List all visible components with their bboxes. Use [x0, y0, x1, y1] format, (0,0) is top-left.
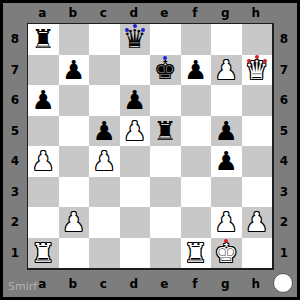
square-f7[interactable]: ♟	[181, 55, 212, 86]
rank-label-right-3: 3	[273, 177, 295, 208]
piece-wP-h2[interactable]: ♟	[245, 207, 268, 237]
square-b1[interactable]	[59, 238, 90, 269]
square-f8[interactable]	[181, 24, 212, 55]
square-f6[interactable]	[181, 85, 212, 116]
file-label-top-c: c	[88, 3, 119, 23]
piece-bP-c5[interactable]: ♟	[93, 116, 116, 146]
piece-bP-f7[interactable]: ♟	[184, 55, 207, 85]
file-label-bottom-d: d	[119, 274, 150, 294]
side-to-move-indicator	[273, 273, 293, 293]
jewel-icon	[255, 55, 259, 59]
square-a8[interactable]: ♜	[28, 24, 59, 55]
square-g6[interactable]	[211, 85, 242, 116]
file-labels-bottom: abcdefgh	[27, 274, 271, 294]
square-g8[interactable]	[211, 24, 242, 55]
piece-bR-e5[interactable]: ♜	[154, 116, 177, 146]
chess-board[interactable]: ♜♛♟♚♟♟♛♟♟♟♟♜♟♟♟♟♟♟♟♜♜♚	[27, 23, 274, 270]
square-f1[interactable]: ♜	[181, 238, 212, 269]
rank-label-right-4: 4	[273, 146, 295, 177]
square-e6[interactable]	[150, 85, 181, 116]
rank-label-left-2: 2	[4, 207, 26, 238]
square-c7[interactable]	[89, 55, 120, 86]
square-c8[interactable]	[89, 24, 120, 55]
rank-label-left-3: 3	[4, 177, 26, 208]
file-label-top-b: b	[58, 3, 89, 23]
square-d3[interactable]	[120, 177, 151, 208]
piece-bR-a8[interactable]: ♜	[32, 24, 55, 54]
piece-wR-f1[interactable]: ♜	[184, 238, 207, 268]
rank-label-left-6: 6	[4, 85, 26, 116]
square-a5[interactable]	[28, 116, 59, 147]
piece-wP-b2[interactable]: ♟	[62, 207, 85, 237]
jewel-icon	[224, 239, 228, 243]
square-c4[interactable]: ♟	[89, 146, 120, 177]
square-c3[interactable]	[89, 177, 120, 208]
file-label-top-e: e	[149, 3, 180, 23]
square-e3[interactable]	[150, 177, 181, 208]
piece-bP-a6[interactable]: ♟	[32, 85, 55, 115]
file-label-bottom-b: b	[58, 274, 89, 294]
square-f5[interactable]	[181, 116, 212, 147]
piece-wP-g7[interactable]: ♟	[215, 55, 238, 85]
square-d5[interactable]: ♟	[120, 116, 151, 147]
file-labels-top: abcdefgh	[27, 3, 271, 23]
rank-label-right-1: 1	[273, 238, 295, 269]
square-c2[interactable]	[89, 207, 120, 238]
rank-labels-right: 87654321	[273, 24, 295, 268]
square-e8[interactable]	[150, 24, 181, 55]
piece-wP-a4[interactable]: ♟	[32, 146, 55, 176]
file-label-bottom-c: c	[88, 274, 119, 294]
rank-label-right-2: 2	[273, 207, 295, 238]
piece-wR-a1[interactable]: ♜	[32, 238, 55, 268]
jewel-icon	[133, 24, 137, 28]
rank-label-left-5: 5	[4, 116, 26, 147]
piece-wP-c4[interactable]: ♟	[93, 146, 116, 176]
jewel-icon	[263, 59, 267, 63]
square-f4[interactable]	[181, 146, 212, 177]
square-a1[interactable]: ♜	[28, 238, 59, 269]
square-b2[interactable]: ♟	[59, 207, 90, 238]
rank-label-left-4: 4	[4, 146, 26, 177]
square-e5[interactable]: ♜	[150, 116, 181, 147]
file-label-bottom-h: h	[241, 274, 272, 294]
square-d1[interactable]	[120, 238, 151, 269]
file-label-bottom-e: e	[149, 274, 180, 294]
square-a4[interactable]: ♟	[28, 146, 59, 177]
file-label-top-a: a	[27, 3, 58, 23]
square-b7[interactable]: ♟	[59, 55, 90, 86]
square-c5[interactable]: ♟	[89, 116, 120, 147]
chess-app-window: abcdefgh 87654321 ♜♛♟♚♟♟♛♟♟♟♟♜♟♟♟♟♟♟♟♜♜♚…	[0, 0, 300, 300]
piece-wP-g2[interactable]: ♟	[215, 207, 238, 237]
rank-labels-left: 87654321	[4, 24, 26, 268]
square-g2[interactable]: ♟	[211, 207, 242, 238]
rank-label-left-7: 7	[4, 55, 26, 86]
rank-label-right-8: 8	[273, 24, 295, 55]
square-b8[interactable]	[59, 24, 90, 55]
square-d7[interactable]	[120, 55, 151, 86]
jewel-icon	[141, 28, 145, 32]
square-b5[interactable]	[59, 116, 90, 147]
square-a3[interactable]	[28, 177, 59, 208]
file-label-bottom-f: f	[180, 274, 211, 294]
square-d8[interactable]: ♛	[120, 24, 151, 55]
rank-label-left-1: 1	[4, 238, 26, 269]
piece-bP-b7[interactable]: ♟	[62, 55, 85, 85]
square-f2[interactable]	[181, 207, 212, 238]
rank-label-right-7: 7	[273, 55, 295, 86]
square-h7[interactable]: ♛	[242, 55, 273, 86]
square-e1[interactable]	[150, 238, 181, 269]
square-c1[interactable]	[89, 238, 120, 269]
square-h3[interactable]	[242, 177, 273, 208]
square-a2[interactable]	[28, 207, 59, 238]
square-f3[interactable]	[181, 177, 212, 208]
piece-bP-g5[interactable]: ♟	[215, 116, 238, 146]
square-d6[interactable]: ♟	[120, 85, 151, 116]
square-b6[interactable]	[59, 85, 90, 116]
square-e4[interactable]	[150, 146, 181, 177]
square-g3[interactable]	[211, 177, 242, 208]
square-b3[interactable]	[59, 177, 90, 208]
square-h1[interactable]	[242, 238, 273, 269]
square-h4[interactable]	[242, 146, 273, 177]
file-label-bottom-g: g	[210, 274, 241, 294]
square-g1[interactable]: ♚	[211, 238, 242, 269]
rank-label-right-6: 6	[273, 85, 295, 116]
square-e7[interactable]: ♚	[150, 55, 181, 86]
rank-label-left-8: 8	[4, 24, 26, 55]
piece-bP-g4[interactable]: ♟	[215, 146, 238, 176]
piece-wP-d5[interactable]: ♟	[123, 116, 146, 146]
square-h5[interactable]	[242, 116, 273, 147]
square-h8[interactable]	[242, 24, 273, 55]
square-g7[interactable]: ♟	[211, 55, 242, 86]
square-a6[interactable]: ♟	[28, 85, 59, 116]
square-b4[interactable]	[59, 146, 90, 177]
square-h2[interactable]: ♟	[242, 207, 273, 238]
square-a7[interactable]	[28, 55, 59, 86]
app-name-label: Smirf	[8, 280, 37, 293]
file-label-top-f: f	[180, 3, 211, 23]
jewel-icon	[247, 59, 251, 63]
square-h6[interactable]	[242, 85, 273, 116]
jewel-icon	[163, 56, 167, 60]
file-label-top-g: g	[210, 3, 241, 23]
rank-label-right-5: 5	[273, 116, 295, 147]
file-label-top-d: d	[119, 3, 150, 23]
jewel-icon	[125, 28, 129, 32]
square-g5[interactable]: ♟	[211, 116, 242, 147]
square-e2[interactable]	[150, 207, 181, 238]
piece-bP-d6[interactable]: ♟	[123, 85, 146, 115]
file-label-top-h: h	[241, 3, 272, 23]
square-d2[interactable]	[120, 207, 151, 238]
square-c6[interactable]	[89, 85, 120, 116]
square-g4[interactable]: ♟	[211, 146, 242, 177]
square-d4[interactable]	[120, 146, 151, 177]
